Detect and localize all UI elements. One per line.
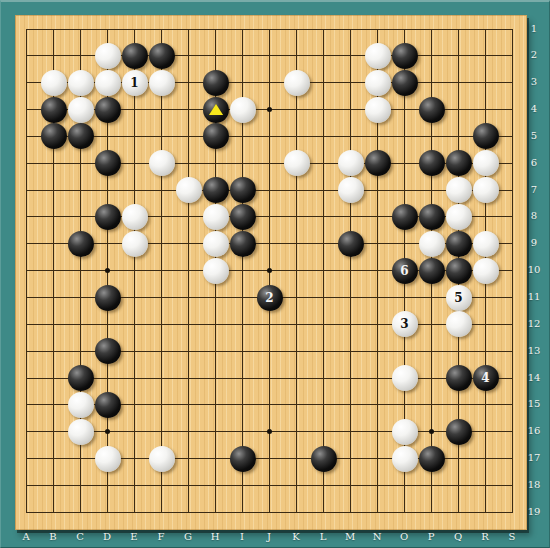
stone-white-I4[interactable] bbox=[230, 97, 256, 123]
stone-black-P4[interactable] bbox=[419, 97, 445, 123]
stone-black-P8[interactable] bbox=[419, 204, 445, 230]
stone-black-Q9[interactable] bbox=[446, 231, 472, 257]
stone-number: 6 bbox=[400, 265, 408, 277]
stone-white-M6[interactable] bbox=[338, 150, 364, 176]
coord-label-col-Q: Q bbox=[451, 531, 465, 542]
stone-black-I17[interactable] bbox=[230, 446, 256, 472]
coord-label-col-N: N bbox=[370, 531, 384, 542]
coord-label-row-7: 7 bbox=[525, 184, 543, 195]
go-board[interactable]: 162534 bbox=[15, 15, 527, 530]
stone-number: 2 bbox=[265, 292, 273, 304]
stone-black-D15[interactable] bbox=[95, 392, 121, 418]
stone-white-C16[interactable] bbox=[68, 419, 94, 445]
stone-white-C4[interactable] bbox=[68, 97, 94, 123]
stone-white-E8[interactable] bbox=[122, 204, 148, 230]
stone-white-F17[interactable] bbox=[149, 446, 175, 472]
coord-label-row-8: 8 bbox=[525, 210, 543, 221]
stone-white-F6[interactable] bbox=[149, 150, 175, 176]
stone-white-H8[interactable] bbox=[203, 204, 229, 230]
coord-label-row-13: 13 bbox=[525, 345, 543, 356]
coord-label-row-9: 9 bbox=[525, 237, 543, 248]
stone-white-C3[interactable] bbox=[68, 70, 94, 96]
stone-white-Q7[interactable] bbox=[446, 177, 472, 203]
stone-black-I8[interactable] bbox=[230, 204, 256, 230]
grid-line-v bbox=[323, 29, 324, 513]
coord-label-row-19: 19 bbox=[525, 506, 543, 517]
stone-white-H9[interactable] bbox=[203, 231, 229, 257]
coord-label-col-L: L bbox=[316, 531, 330, 542]
stone-black-O2[interactable] bbox=[392, 43, 418, 69]
coord-label-row-3: 3 bbox=[525, 76, 543, 87]
stone-black-D11[interactable] bbox=[95, 285, 121, 311]
stone-black-L17[interactable] bbox=[311, 446, 337, 472]
stone-black-H5[interactable] bbox=[203, 123, 229, 149]
stone-white-D3[interactable] bbox=[95, 70, 121, 96]
stone-white-D2[interactable] bbox=[95, 43, 121, 69]
coord-label-col-O: O bbox=[397, 531, 411, 542]
stone-white-F3[interactable] bbox=[149, 70, 175, 96]
grid-line-v bbox=[350, 29, 351, 513]
coord-label-row-10: 10 bbox=[525, 264, 543, 275]
stone-black-C9[interactable] bbox=[68, 231, 94, 257]
stone-white-G7[interactable] bbox=[176, 177, 202, 203]
stone-black-Q14[interactable] bbox=[446, 365, 472, 391]
stone-number: 4 bbox=[481, 372, 489, 384]
star-point-J16 bbox=[267, 429, 272, 434]
stone-white-E9[interactable] bbox=[122, 231, 148, 257]
stone-black-J11[interactable]: 2 bbox=[257, 285, 283, 311]
coord-label-col-F: F bbox=[154, 531, 168, 542]
grid-line-v bbox=[188, 29, 189, 513]
coord-label-row-18: 18 bbox=[525, 479, 543, 490]
stone-black-P10[interactable] bbox=[419, 258, 445, 284]
coord-label-col-C: C bbox=[73, 531, 87, 542]
stone-black-P6[interactable] bbox=[419, 150, 445, 176]
stone-white-N3[interactable] bbox=[365, 70, 391, 96]
star-point-J4 bbox=[267, 107, 272, 112]
coord-label-row-11: 11 bbox=[525, 291, 543, 302]
stone-number: 1 bbox=[130, 77, 138, 89]
stone-white-P9[interactable] bbox=[419, 231, 445, 257]
stone-black-H4[interactable] bbox=[203, 97, 229, 123]
coord-label-col-G: G bbox=[181, 531, 195, 542]
stone-black-R14[interactable]: 4 bbox=[473, 365, 499, 391]
coord-label-col-K: K bbox=[289, 531, 303, 542]
stone-black-D8[interactable] bbox=[95, 204, 121, 230]
coord-label-row-14: 14 bbox=[525, 372, 543, 383]
coord-label-col-P: P bbox=[424, 531, 438, 542]
stone-black-Q6[interactable] bbox=[446, 150, 472, 176]
stone-black-P17[interactable] bbox=[419, 446, 445, 472]
coord-label-row-17: 17 bbox=[525, 452, 543, 463]
coord-label-col-I: I bbox=[235, 531, 249, 542]
stone-white-K3[interactable] bbox=[284, 70, 310, 96]
stone-number: 3 bbox=[400, 318, 408, 330]
stone-white-R10[interactable] bbox=[473, 258, 499, 284]
stone-white-O12[interactable]: 3 bbox=[392, 311, 418, 337]
stone-black-O3[interactable] bbox=[392, 70, 418, 96]
stone-white-C15[interactable] bbox=[68, 392, 94, 418]
grid-line-v bbox=[134, 29, 135, 513]
stone-black-D6[interactable] bbox=[95, 150, 121, 176]
stone-white-Q12[interactable] bbox=[446, 311, 472, 337]
triangle-marker bbox=[209, 104, 223, 115]
stone-white-B3[interactable] bbox=[41, 70, 67, 96]
stone-white-K6[interactable] bbox=[284, 150, 310, 176]
coord-label-col-R: R bbox=[478, 531, 492, 542]
coord-label-col-E: E bbox=[127, 531, 141, 542]
coord-label-row-2: 2 bbox=[525, 49, 543, 60]
stone-black-F2[interactable] bbox=[149, 43, 175, 69]
coord-label-row-4: 4 bbox=[525, 103, 543, 114]
stone-black-H7[interactable] bbox=[203, 177, 229, 203]
grid-line-v bbox=[296, 29, 297, 513]
coord-label-row-5: 5 bbox=[525, 130, 543, 141]
stone-black-R5[interactable] bbox=[473, 123, 499, 149]
coord-label-row-1: 1 bbox=[525, 23, 543, 34]
stone-black-C5[interactable] bbox=[68, 123, 94, 149]
star-point-D10 bbox=[105, 268, 110, 273]
coord-label-col-M: M bbox=[343, 531, 357, 542]
stone-number: 5 bbox=[454, 292, 462, 304]
coord-label-row-15: 15 bbox=[525, 398, 543, 409]
stone-black-C14[interactable] bbox=[68, 365, 94, 391]
stone-black-Q16[interactable] bbox=[446, 419, 472, 445]
stone-white-H10[interactable] bbox=[203, 258, 229, 284]
stone-black-E2[interactable] bbox=[122, 43, 148, 69]
stone-black-B5[interactable] bbox=[41, 123, 67, 149]
grid-line-v bbox=[161, 29, 162, 513]
stone-white-M7[interactable] bbox=[338, 177, 364, 203]
stone-black-B4[interactable] bbox=[41, 97, 67, 123]
stone-black-I9[interactable] bbox=[230, 231, 256, 257]
stone-white-Q11[interactable]: 5 bbox=[446, 285, 472, 311]
star-point-D16 bbox=[105, 429, 110, 434]
coord-label-col-H: H bbox=[208, 531, 222, 542]
coord-label-col-A: A bbox=[19, 531, 33, 542]
star-point-J10 bbox=[267, 268, 272, 273]
stone-white-O14[interactable] bbox=[392, 365, 418, 391]
stone-white-R7[interactable] bbox=[473, 177, 499, 203]
coord-label-row-16: 16 bbox=[525, 425, 543, 436]
coord-label-row-12: 12 bbox=[525, 318, 543, 329]
coord-label-col-B: B bbox=[46, 531, 60, 542]
grid-line-v bbox=[512, 29, 513, 513]
stone-black-I7[interactable] bbox=[230, 177, 256, 203]
stone-white-N2[interactable] bbox=[365, 43, 391, 69]
stone-black-O8[interactable] bbox=[392, 204, 418, 230]
coord-label-row-6: 6 bbox=[525, 157, 543, 168]
stone-white-O16[interactable] bbox=[392, 419, 418, 445]
coord-label-col-S: S bbox=[505, 531, 519, 542]
stone-white-Q8[interactable] bbox=[446, 204, 472, 230]
screen: 162534 ABCDEFGHIJKLMNOPQRS12345678910111… bbox=[0, 0, 550, 548]
stone-white-E3[interactable]: 1 bbox=[122, 70, 148, 96]
stone-black-N6[interactable] bbox=[365, 150, 391, 176]
stone-white-R6[interactable] bbox=[473, 150, 499, 176]
stone-black-O10[interactable]: 6 bbox=[392, 258, 418, 284]
stone-white-O17[interactable] bbox=[392, 446, 418, 472]
stone-white-D17[interactable] bbox=[95, 446, 121, 472]
coord-label-col-J: J bbox=[262, 531, 276, 542]
stone-black-H3[interactable] bbox=[203, 70, 229, 96]
stone-white-R9[interactable] bbox=[473, 231, 499, 257]
stone-black-D4[interactable] bbox=[95, 97, 121, 123]
star-point-P16 bbox=[429, 429, 434, 434]
stone-white-N4[interactable] bbox=[365, 97, 391, 123]
stone-black-M9[interactable] bbox=[338, 231, 364, 257]
stone-black-D13[interactable] bbox=[95, 338, 121, 364]
coord-label-col-D: D bbox=[100, 531, 114, 542]
grid-line-v bbox=[26, 29, 27, 513]
stone-black-Q10[interactable] bbox=[446, 258, 472, 284]
